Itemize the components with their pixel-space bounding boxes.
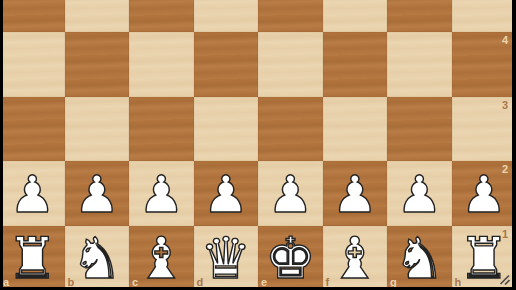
- square-f3[interactable]: [323, 97, 388, 162]
- square-f1[interactable]: ♝f: [323, 226, 388, 290]
- square-e1[interactable]: ♚e: [258, 226, 323, 290]
- square-b2[interactable]: ♟: [65, 161, 130, 226]
- square-a4[interactable]: [0, 32, 65, 97]
- square-f5[interactable]: [323, 0, 388, 32]
- square-g4[interactable]: [387, 32, 452, 97]
- piece-white-pawn-a2[interactable]: ♟: [0, 161, 65, 226]
- square-e5[interactable]: [258, 0, 323, 32]
- rank-label-2: 2: [502, 164, 508, 175]
- square-a1[interactable]: ♜a: [0, 226, 65, 290]
- square-a3[interactable]: [0, 97, 65, 162]
- square-d2[interactable]: ♟: [194, 161, 259, 226]
- resize-handle-icon[interactable]: [498, 273, 510, 285]
- piece-white-pawn-g2[interactable]: ♟: [387, 161, 452, 226]
- square-h3[interactable]: 3: [452, 97, 516, 162]
- piece-white-pawn-f2[interactable]: ♟: [323, 161, 388, 226]
- square-e3[interactable]: [258, 97, 323, 162]
- square-c1[interactable]: ♝c: [129, 226, 194, 290]
- square-h2[interactable]: ♟2: [452, 161, 516, 226]
- square-c4[interactable]: [129, 32, 194, 97]
- piece-white-pawn-b2[interactable]: ♟: [65, 161, 130, 226]
- square-d4[interactable]: [194, 32, 259, 97]
- square-g1[interactable]: ♞g: [387, 226, 452, 290]
- square-b1[interactable]: ♞b: [65, 226, 130, 290]
- square-f4[interactable]: [323, 32, 388, 97]
- rank-label-3: 3: [502, 100, 508, 111]
- square-d3[interactable]: [194, 97, 259, 162]
- piece-white-king-e1[interactable]: ♚: [258, 226, 323, 290]
- chess-board-viewport: 43♟♟♟♟♟♟♟♟2♜a♞b♝c♛d♚e♝f♞g♜1h: [0, 0, 516, 290]
- square-e2[interactable]: ♟: [258, 161, 323, 226]
- piece-white-rook-a1[interactable]: ♜: [0, 226, 65, 290]
- square-h4[interactable]: 4: [452, 32, 516, 97]
- square-a5[interactable]: [0, 0, 65, 32]
- square-b4[interactable]: [65, 32, 130, 97]
- square-b5[interactable]: [65, 0, 130, 32]
- square-c2[interactable]: ♟: [129, 161, 194, 226]
- square-g3[interactable]: [387, 97, 452, 162]
- letterbox-bar-left: [0, 0, 3, 290]
- square-c5[interactable]: [129, 0, 194, 32]
- piece-white-bishop-f1[interactable]: ♝: [323, 226, 388, 290]
- piece-white-bishop-c1[interactable]: ♝: [129, 226, 194, 290]
- square-f2[interactable]: ♟: [323, 161, 388, 226]
- square-a2[interactable]: ♟: [0, 161, 65, 226]
- rank-label-1: 1: [502, 229, 508, 240]
- chess-board: 43♟♟♟♟♟♟♟♟2♜a♞b♝c♛d♚e♝f♞g♜1h: [0, 0, 516, 290]
- square-g5[interactable]: [387, 0, 452, 32]
- square-d5[interactable]: [194, 0, 259, 32]
- rank-label-4: 4: [502, 35, 508, 46]
- square-c3[interactable]: [129, 97, 194, 162]
- piece-white-pawn-e2[interactable]: ♟: [258, 161, 323, 226]
- square-e4[interactable]: [258, 32, 323, 97]
- letterbox-bar-right: [512, 0, 516, 290]
- square-h5[interactable]: [452, 0, 516, 32]
- piece-white-pawn-c2[interactable]: ♟: [129, 161, 194, 226]
- square-b3[interactable]: [65, 97, 130, 162]
- square-g2[interactable]: ♟: [387, 161, 452, 226]
- square-d1[interactable]: ♛d: [194, 226, 259, 290]
- piece-white-pawn-d2[interactable]: ♟: [194, 161, 259, 226]
